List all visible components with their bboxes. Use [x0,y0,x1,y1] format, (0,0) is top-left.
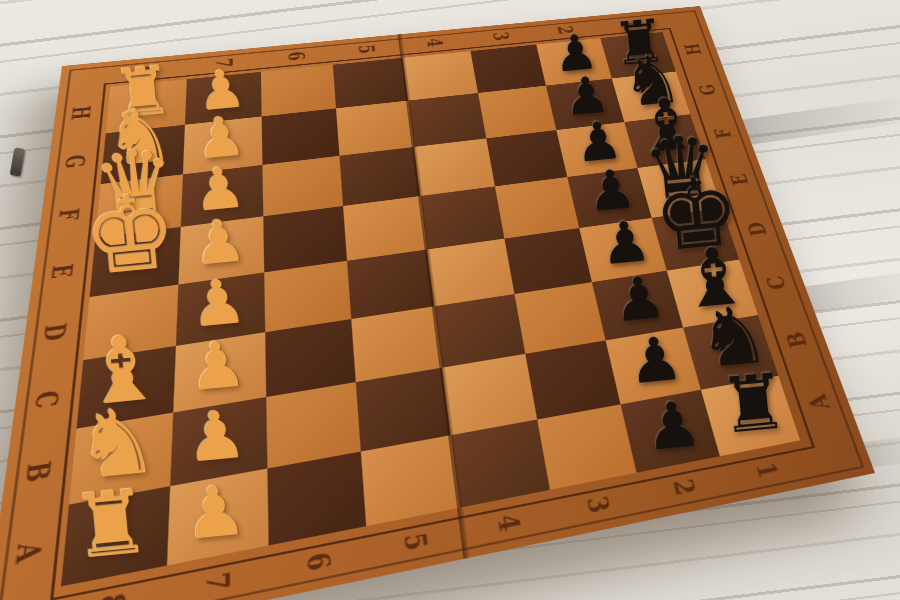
black-pawn[interactable]: ♟ [611,268,669,331]
black-pawn[interactable]: ♟ [642,392,704,460]
white-pawn[interactable]: ♟ [186,332,249,401]
white-king[interactable]: ♚ [79,180,182,292]
black-pawn[interactable]: ♟ [626,328,686,394]
white-rook[interactable]: ♜ [68,477,155,572]
white-pawn[interactable]: ♟ [183,400,249,472]
photo-scene: HGFEDCBAHGFEDCBA8765432187654321 ♜♟♟♜♞♟♟… [0,0,900,600]
file-label-right-H: H [679,42,706,56]
black-rook[interactable]: ♜ [716,363,791,446]
white-pawn[interactable]: ♟ [181,475,250,550]
square-h3[interactable] [470,45,546,94]
